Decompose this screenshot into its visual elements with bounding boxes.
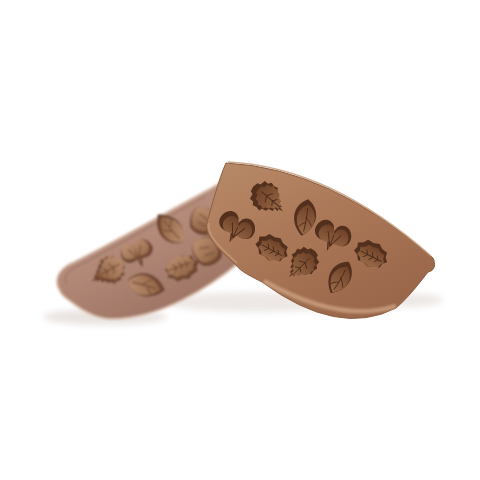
- product-photo: [0, 0, 480, 480]
- scene-svg: [0, 0, 480, 480]
